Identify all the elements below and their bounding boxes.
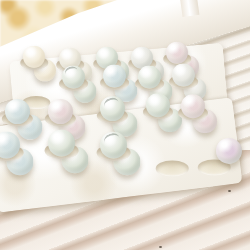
pearl: [166, 42, 188, 64]
dust-speck: [159, 246, 162, 248]
pearl: [23, 46, 45, 68]
card-hole: [156, 161, 189, 177]
pearl: [100, 96, 125, 121]
pearl: [138, 65, 161, 88]
pearl-slot: [7, 148, 34, 175]
pearl: [5, 99, 30, 124]
dust-speck: [228, 190, 231, 192]
pearl-slot: [34, 59, 56, 81]
pearl-slot: [74, 80, 97, 103]
pearl-slot: [18, 115, 43, 140]
pearl: [48, 99, 73, 124]
pearl: [216, 138, 242, 164]
frame-stile: [180, 0, 200, 17]
pearl-slot: [193, 109, 217, 133]
pearl: [172, 63, 195, 86]
pearl-slot: [62, 146, 89, 173]
pearl: [146, 93, 170, 117]
pearl: [100, 132, 127, 159]
pearl: [181, 94, 205, 118]
pearl: [103, 64, 126, 87]
pearl-slot: [114, 148, 141, 175]
pearl: [62, 65, 85, 88]
pearl-photo-scene: [0, 0, 250, 250]
pearl: [48, 130, 75, 157]
